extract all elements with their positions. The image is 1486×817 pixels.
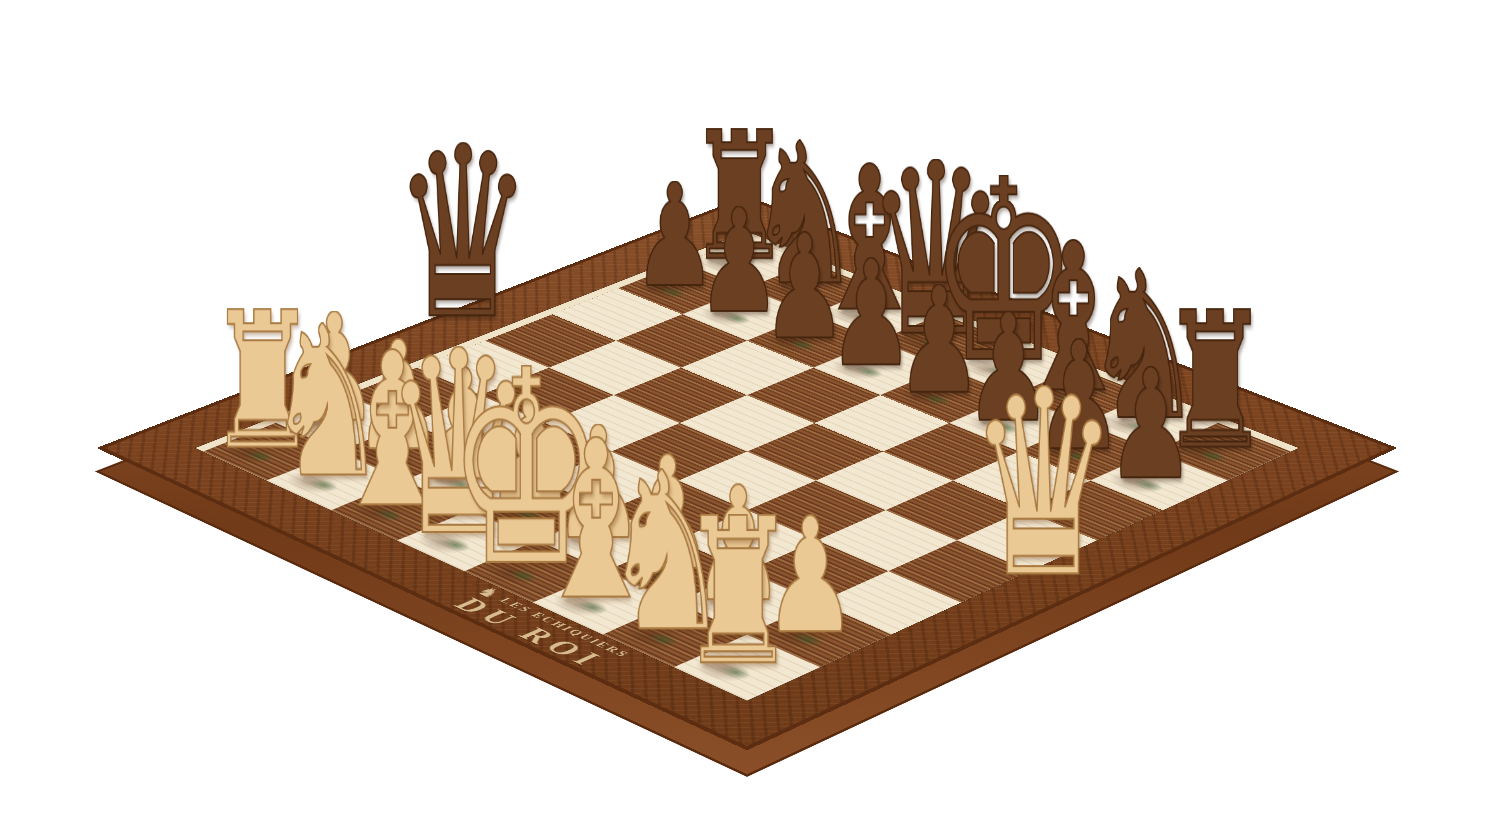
board-frame: ♜♞♝♛♚♝♞♜♟♟♟♟♟♟♟♟♟♟♟♟♟♟♟♟♜♞♝♛♚♝♞♜ ♛ ♛ ♞ L…: [96, 196, 1397, 750]
white-rook-h1: ♜: [679, 514, 798, 671]
square-h1: ♜: [674, 635, 820, 701]
spare-white-queen: ♛: [1007, 570, 1081, 601]
spare-white-queen-glyph: ♛: [967, 385, 1119, 586]
chess-board: ♜♞♝♛♚♝♞♜♟♟♟♟♟♟♟♟♟♟♟♟♟♟♟♟♜♞♝♛♚♝♞♜ ♛ ♛ ♞ L…: [96, 196, 1397, 750]
